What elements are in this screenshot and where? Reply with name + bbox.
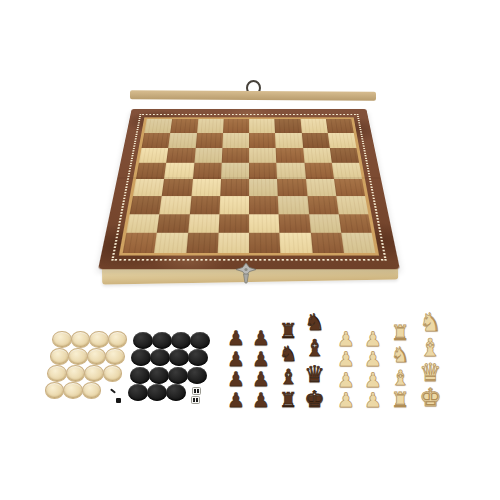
chess-dark-file: ♟♟♟♟: [249, 329, 273, 409]
board-square: [222, 133, 249, 148]
board-square: [154, 233, 187, 253]
checker-white: [82, 382, 102, 399]
checker-white: [105, 348, 125, 365]
board-square: [278, 196, 309, 214]
checker-white: [50, 348, 70, 365]
board-square: [338, 214, 371, 233]
board-square: [330, 148, 360, 163]
checker-white: [52, 331, 72, 348]
white-die: [192, 387, 201, 395]
board-square: [139, 148, 169, 163]
checker-white: [45, 382, 65, 399]
board-square: [221, 148, 249, 163]
product-photo: ♟♟♟♟♟♟♟♟♜♞♝♜♞♝♛♚♟♟♟♟♟♟♟♟♜♞♝♜♞♝♛♚: [0, 0, 500, 500]
board-square: [328, 133, 357, 148]
board-square: [197, 119, 224, 133]
board-square: [249, 196, 279, 214]
chess-piece-bishop: ♝: [304, 338, 325, 359]
checker-black: [128, 384, 148, 401]
board-square: [166, 148, 195, 163]
board-square: [277, 179, 307, 196]
chess-light-file: ♜♞♝♜: [388, 324, 413, 410]
fold-seam: [117, 177, 381, 178]
chess-piece-pawn: ♟: [364, 371, 382, 389]
board-square: [275, 119, 302, 133]
board-square: [336, 196, 368, 214]
chess-piece-queen: ♛: [419, 362, 441, 385]
board-square: [280, 233, 312, 253]
board-square: [249, 119, 275, 133]
checker-white: [84, 365, 104, 382]
chess-dark-file: ♞♝♛♚: [301, 312, 328, 410]
checker-white: [71, 331, 91, 348]
board-square: [279, 214, 311, 233]
chess-piece-king: ♚: [419, 387, 441, 410]
board-square: [218, 214, 249, 233]
chess-light-file: ♞♝♛♚: [416, 312, 445, 410]
black-die: [110, 388, 116, 393]
board-square: [249, 133, 276, 148]
checker-black: [187, 367, 207, 384]
board-square: [309, 214, 341, 233]
chess-light-file: ♟♟♟♟: [334, 330, 358, 409]
checker-white: [68, 348, 88, 365]
checker-white: [89, 331, 109, 348]
checker-black: [133, 332, 153, 349]
board-3d: [98, 109, 400, 269]
chess-piece-rook: ♜: [279, 391, 298, 410]
board-square: [326, 119, 354, 133]
chess-piece-pawn: ♟: [227, 329, 245, 347]
checker-black: [171, 332, 191, 349]
board-frame: [98, 109, 400, 269]
chess-piece-rook: ♜: [391, 391, 410, 410]
board-square: [188, 214, 220, 233]
checker-black: [169, 349, 189, 366]
board-square: [195, 133, 222, 148]
board-square: [217, 233, 249, 253]
chess-piece-knight: ♞: [419, 312, 441, 335]
checker-white: [108, 331, 128, 348]
checker-black: [188, 349, 208, 366]
board-square: [160, 196, 191, 214]
chess-light-file: ♟♟♟♟: [361, 330, 385, 409]
board-square: [142, 133, 171, 148]
board-square: [249, 179, 278, 196]
checker-black: [152, 332, 172, 349]
board-square: [306, 179, 337, 196]
checker-black: [150, 349, 170, 366]
chess-piece-bishop: ♝: [419, 337, 441, 360]
chess-piece-king: ♚: [304, 389, 325, 410]
board-square: [157, 214, 189, 233]
board-square: [276, 148, 304, 163]
board-square: [341, 233, 375, 253]
chess-piece-pawn: ♟: [364, 391, 382, 409]
chess-dark-file: ♟♟♟♟: [224, 329, 248, 409]
chess-dark-file: ♜♞♝♜: [276, 322, 301, 410]
board-square: [168, 133, 196, 148]
checker-black: [149, 367, 169, 384]
chess-piece-bishop: ♝: [279, 368, 298, 387]
board-square: [126, 214, 159, 233]
checker-white: [87, 348, 107, 365]
chess-piece-pawn: ♟: [337, 350, 355, 368]
checker-black: [147, 384, 167, 401]
board-square: [303, 148, 332, 163]
chess-piece-knight: ♞: [391, 346, 410, 365]
chess-piece-rook: ♜: [391, 324, 410, 343]
board-square: [307, 196, 338, 214]
chess-piece-pawn: ♟: [364, 330, 382, 348]
board-square: [130, 196, 162, 214]
checker-black: [130, 367, 150, 384]
chess-piece-pawn: ♟: [227, 370, 245, 388]
checker-white: [63, 382, 83, 399]
chess-piece-pawn: ♟: [337, 330, 355, 348]
checker-white: [47, 365, 67, 382]
checker-white: [66, 365, 86, 382]
white-die: [191, 396, 200, 404]
chess-piece-pawn: ♟: [227, 391, 245, 409]
chess-piece-pawn: ♟: [227, 350, 245, 368]
board-square: [301, 133, 329, 148]
checker-black: [131, 349, 151, 366]
board-square: [219, 196, 249, 214]
chess-piece-pawn: ♟: [252, 391, 270, 409]
board-square: [275, 133, 302, 148]
board-square: [162, 179, 193, 196]
chess-piece-rook: ♜: [279, 322, 298, 341]
board-square: [186, 233, 218, 253]
board-square: [249, 148, 277, 163]
chess-piece-knight: ♞: [304, 312, 325, 333]
metal-clasp-icon: [233, 262, 259, 290]
chess-piece-pawn: ♟: [252, 350, 270, 368]
chess-piece-pawn: ♟: [252, 329, 270, 347]
board-square: [123, 233, 157, 253]
board-grid: [123, 119, 376, 253]
board-square: [310, 233, 343, 253]
chess-piece-knight: ♞: [279, 345, 298, 364]
board-trim: [119, 117, 379, 255]
checker-black: [166, 384, 186, 401]
checker-black: [190, 332, 210, 349]
chess-piece-pawn: ♟: [252, 370, 270, 388]
board-square: [144, 119, 172, 133]
checker-black: [168, 367, 188, 384]
board-square: [249, 233, 281, 253]
chess-piece-pawn: ♟: [337, 391, 355, 409]
chess-piece-bishop: ♝: [391, 369, 410, 388]
board-square: [191, 179, 221, 196]
board-square: [189, 196, 220, 214]
board-square: [220, 179, 249, 196]
checker-white: [103, 365, 123, 382]
board-square: [300, 119, 327, 133]
chess-piece-queen: ♛: [304, 364, 325, 385]
board-square: [133, 179, 164, 196]
board-square: [334, 179, 365, 196]
board-square: [223, 119, 249, 133]
board-square: [194, 148, 222, 163]
black-die: [116, 398, 121, 403]
chess-piece-pawn: ♟: [364, 350, 382, 368]
board-square: [249, 214, 280, 233]
board-square: [170, 119, 197, 133]
chess-piece-pawn: ♟: [337, 371, 355, 389]
